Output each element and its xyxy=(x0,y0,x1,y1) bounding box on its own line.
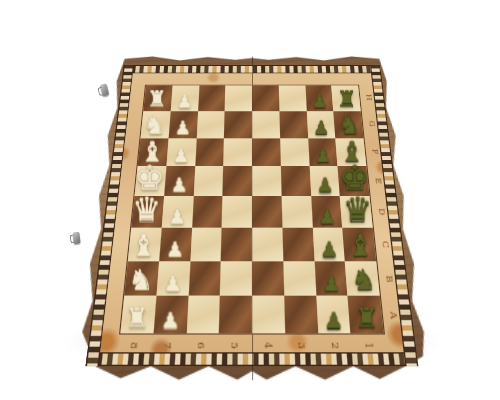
cream-pawn[interactable]: ♟ xyxy=(174,119,190,137)
square-a1[interactable]: ♜ xyxy=(348,296,384,333)
square-b6[interactable] xyxy=(188,261,221,296)
cream-pawn[interactable]: ♟ xyxy=(172,146,189,165)
square-f3[interactable] xyxy=(280,138,309,166)
cream-pawn[interactable]: ♟ xyxy=(163,274,182,295)
cream-rook[interactable]: ♜ xyxy=(147,88,167,110)
square-b8[interactable]: ♞ xyxy=(124,261,159,296)
square-e4[interactable] xyxy=(252,166,281,196)
square-e2[interactable]: ♟ xyxy=(309,166,340,196)
cream-pawn[interactable]: ♟ xyxy=(170,176,187,195)
square-b3[interactable] xyxy=(283,261,316,296)
green-pawn[interactable]: ♟ xyxy=(320,239,338,259)
square-h4[interactable] xyxy=(252,86,279,112)
cream-pawn[interactable]: ♟ xyxy=(168,207,186,227)
green-pawn[interactable]: ♟ xyxy=(315,146,332,165)
square-h5[interactable] xyxy=(225,86,252,112)
square-e7[interactable]: ♟ xyxy=(164,166,195,196)
square-c1[interactable]: ♝ xyxy=(343,228,377,261)
square-f4[interactable] xyxy=(252,138,281,166)
folding-chess-case: ♜♟♟♜♞♟♟♞♝♟♟♝♚♟♟♚♛♟♟♛♝♟♟♝♞♟♟♞♜♟♟♜ 8765432… xyxy=(69,56,435,382)
square-d8[interactable]: ♛ xyxy=(131,196,164,227)
square-h1[interactable]: ♜ xyxy=(332,86,361,112)
square-e5[interactable] xyxy=(223,166,252,196)
square-f2[interactable]: ♟ xyxy=(308,138,338,166)
square-c8[interactable]: ♝ xyxy=(128,228,162,261)
square-a4[interactable] xyxy=(252,296,285,333)
square-g1[interactable]: ♞ xyxy=(334,111,364,138)
green-knight[interactable]: ♞ xyxy=(338,112,360,137)
green-knight[interactable]: ♞ xyxy=(351,266,377,294)
green-pawn[interactable]: ♟ xyxy=(313,119,329,137)
square-c3[interactable] xyxy=(282,228,314,261)
square-b2[interactable]: ♟ xyxy=(314,261,348,296)
square-e3[interactable] xyxy=(281,166,311,196)
square-a2[interactable]: ♟ xyxy=(316,296,351,333)
square-d3[interactable] xyxy=(281,196,312,227)
square-c2[interactable]: ♟ xyxy=(312,228,345,261)
board-scene: ♜♟♟♜♞♟♟♞♝♟♟♝♚♟♟♚♛♟♟♛♝♟♟♝♞♟♟♞♜♟♟♜ 8765432… xyxy=(114,56,390,356)
square-c7[interactable]: ♟ xyxy=(159,228,192,261)
square-d7[interactable]: ♟ xyxy=(161,196,193,227)
square-h2[interactable]: ♟ xyxy=(305,86,333,112)
cream-bishop[interactable]: ♝ xyxy=(130,230,157,260)
latch-clasp-icon xyxy=(100,83,110,96)
cream-pawn[interactable]: ♟ xyxy=(176,92,192,110)
square-a3[interactable] xyxy=(284,296,318,333)
green-pawn[interactable]: ♟ xyxy=(318,207,336,227)
latch-clasp-icon xyxy=(72,232,80,245)
square-d4[interactable] xyxy=(252,196,282,227)
cream-rook[interactable]: ♜ xyxy=(125,305,149,332)
square-b4[interactable] xyxy=(252,261,284,296)
green-pawn[interactable]: ♟ xyxy=(322,274,341,295)
square-f7[interactable]: ♟ xyxy=(166,138,196,166)
square-e6[interactable] xyxy=(193,166,223,196)
square-h3[interactable] xyxy=(279,86,307,112)
square-c6[interactable] xyxy=(190,228,222,261)
green-pawn[interactable]: ♟ xyxy=(324,310,343,332)
square-a8[interactable]: ♜ xyxy=(120,296,156,333)
green-rook[interactable]: ♜ xyxy=(355,305,379,332)
square-d2[interactable]: ♟ xyxy=(311,196,343,227)
green-pawn[interactable]: ♟ xyxy=(317,176,334,195)
square-f5[interactable] xyxy=(223,138,252,166)
green-rook[interactable]: ♜ xyxy=(337,88,357,110)
square-b5[interactable] xyxy=(220,261,252,296)
green-pawn[interactable]: ♟ xyxy=(312,92,328,110)
green-bishop[interactable]: ♝ xyxy=(347,230,374,260)
square-b1[interactable]: ♞ xyxy=(345,261,380,296)
green-queen[interactable]: ♛ xyxy=(343,194,372,227)
square-h8[interactable]: ♜ xyxy=(143,86,172,112)
square-f6[interactable] xyxy=(195,138,224,166)
square-h6[interactable] xyxy=(198,86,226,112)
square-d5[interactable] xyxy=(222,196,252,227)
square-a7[interactable]: ♟ xyxy=(153,296,188,333)
square-b7[interactable]: ♟ xyxy=(156,261,190,296)
square-d1[interactable]: ♛ xyxy=(340,196,373,227)
cream-knight[interactable]: ♞ xyxy=(143,112,165,137)
square-a6[interactable] xyxy=(186,296,220,333)
cream-knight[interactable]: ♞ xyxy=(128,266,154,294)
square-c5[interactable] xyxy=(221,228,252,261)
chess-set-photo: ♜♟♟♜♞♟♟♞♝♟♟♝♚♟♟♚♛♟♟♛♝♟♟♝♞♟♟♞♜♟♟♜ 8765432… xyxy=(0,0,500,400)
cream-queen[interactable]: ♛ xyxy=(132,194,161,227)
square-d6[interactable] xyxy=(192,196,223,227)
square-c4[interactable] xyxy=(252,228,283,261)
cream-pawn[interactable]: ♟ xyxy=(160,310,179,332)
square-h7[interactable]: ♟ xyxy=(170,86,198,112)
cream-pawn[interactable]: ♟ xyxy=(165,239,183,259)
square-a5[interactable] xyxy=(219,296,252,333)
